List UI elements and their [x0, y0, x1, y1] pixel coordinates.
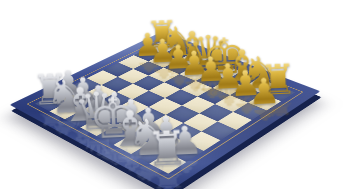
chess-board [10, 31, 321, 189]
board-grid [35, 41, 295, 174]
board-perspective-wrapper: ♜♞♝♛♚♝♞♜♟♟♟♟♟♟♟♟♟♟♟♟♟♟♟♟♜♞♝♛♚♝♞♜ ♜♞♝♛♚♝♞… [0, 0, 344, 189]
chess-set-photo: ♜♞♝♛♚♝♞♜♟♟♟♟♟♟♟♟♟♟♟♟♟♟♟♟♜♞♝♛♚♝♞♜ ♜♞♝♛♚♝♞… [0, 0, 350, 189]
